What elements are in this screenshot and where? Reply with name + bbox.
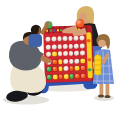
boy-figure xyxy=(29,22,50,47)
foreground-figures xyxy=(0,0,120,120)
girl-foot-right xyxy=(105,95,111,98)
woman-arms xyxy=(62,26,87,36)
girl-face xyxy=(98,40,106,48)
girl-leg-left xyxy=(100,84,104,95)
boy-hand xyxy=(46,22,49,25)
man-hand xyxy=(48,59,52,63)
boy-body xyxy=(29,34,43,47)
girl-figure xyxy=(93,34,114,98)
photo-scene xyxy=(0,0,120,120)
girl-leg-right xyxy=(106,84,110,95)
girl-foot-left xyxy=(98,94,104,97)
man-forearm xyxy=(40,55,50,64)
